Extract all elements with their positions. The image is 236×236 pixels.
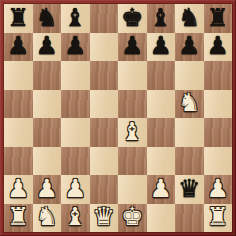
piece-white-knight[interactable]: ♞ (36, 204, 58, 229)
piece-white-pawn[interactable]: ♟ (150, 176, 172, 201)
square-h8[interactable]: ♜ (204, 4, 233, 33)
piece-white-pawn[interactable]: ♟ (36, 176, 58, 201)
square-b3[interactable] (33, 147, 62, 176)
square-f4[interactable] (147, 118, 176, 147)
square-g8[interactable]: ♞ (175, 4, 204, 33)
piece-white-rook[interactable]: ♜ (7, 204, 29, 229)
square-c4[interactable] (61, 118, 90, 147)
square-d4[interactable] (90, 118, 119, 147)
piece-black-pawn[interactable]: ♟ (178, 33, 200, 58)
chess-board: ♜♞♝♚♝♞♜♟♟♟♟♟♟♟♞♝♟♟♟♟♛♟♜♞♝♛♚♜ (4, 4, 232, 232)
square-d7[interactable] (90, 33, 119, 62)
square-g5[interactable]: ♞ (175, 90, 204, 119)
piece-white-pawn[interactable]: ♟ (64, 176, 86, 201)
square-f5[interactable] (147, 90, 176, 119)
square-a5[interactable] (4, 90, 33, 119)
piece-black-pawn[interactable]: ♟ (64, 33, 86, 58)
square-f7[interactable]: ♟ (147, 33, 176, 62)
piece-white-rook[interactable]: ♜ (207, 204, 229, 229)
square-e6[interactable] (118, 61, 147, 90)
square-a7[interactable]: ♟ (4, 33, 33, 62)
piece-black-king[interactable]: ♚ (121, 5, 143, 30)
square-e1[interactable]: ♚ (118, 204, 147, 233)
square-h7[interactable]: ♟ (204, 33, 233, 62)
piece-black-pawn[interactable]: ♟ (150, 33, 172, 58)
square-g6[interactable] (175, 61, 204, 90)
piece-black-bishop[interactable]: ♝ (150, 5, 172, 30)
square-e5[interactable] (118, 90, 147, 119)
square-d1[interactable]: ♛ (90, 204, 119, 233)
square-f6[interactable] (147, 61, 176, 90)
square-b2[interactable]: ♟ (33, 175, 62, 204)
square-c6[interactable] (61, 61, 90, 90)
square-b6[interactable] (33, 61, 62, 90)
square-f2[interactable]: ♟ (147, 175, 176, 204)
piece-black-rook[interactable]: ♜ (207, 5, 229, 30)
piece-white-queen[interactable]: ♛ (93, 204, 115, 229)
square-d5[interactable] (90, 90, 119, 119)
square-c1[interactable]: ♝ (61, 204, 90, 233)
square-b7[interactable]: ♟ (33, 33, 62, 62)
piece-white-pawn[interactable]: ♟ (7, 176, 29, 201)
piece-black-pawn[interactable]: ♟ (207, 33, 229, 58)
square-h6[interactable] (204, 61, 233, 90)
square-f1[interactable] (147, 204, 176, 233)
square-a3[interactable] (4, 147, 33, 176)
square-e3[interactable] (118, 147, 147, 176)
square-c2[interactable]: ♟ (61, 175, 90, 204)
piece-white-bishop[interactable]: ♝ (64, 204, 86, 229)
square-h3[interactable] (204, 147, 233, 176)
piece-black-pawn[interactable]: ♟ (7, 33, 29, 58)
square-f8[interactable]: ♝ (147, 4, 176, 33)
square-e4[interactable]: ♝ (118, 118, 147, 147)
square-h2[interactable]: ♟ (204, 175, 233, 204)
piece-white-pawn[interactable]: ♟ (207, 176, 229, 201)
square-b5[interactable] (33, 90, 62, 119)
square-a2[interactable]: ♟ (4, 175, 33, 204)
square-a4[interactable] (4, 118, 33, 147)
square-e8[interactable]: ♚ (118, 4, 147, 33)
piece-white-knight[interactable]: ♞ (178, 90, 200, 115)
square-d8[interactable] (90, 4, 119, 33)
square-a6[interactable] (4, 61, 33, 90)
square-b4[interactable] (33, 118, 62, 147)
square-c5[interactable] (61, 90, 90, 119)
square-b8[interactable]: ♞ (33, 4, 62, 33)
square-h4[interactable] (204, 118, 233, 147)
square-d6[interactable] (90, 61, 119, 90)
piece-black-bishop[interactable]: ♝ (64, 5, 86, 30)
square-g3[interactable] (175, 147, 204, 176)
square-a1[interactable]: ♜ (4, 204, 33, 233)
square-g4[interactable] (175, 118, 204, 147)
square-d2[interactable] (90, 175, 119, 204)
piece-black-pawn[interactable]: ♟ (36, 33, 58, 58)
square-g2[interactable]: ♛ (175, 175, 204, 204)
square-g1[interactable] (175, 204, 204, 233)
piece-black-knight[interactable]: ♞ (36, 5, 58, 30)
piece-black-rook[interactable]: ♜ (7, 5, 29, 30)
square-h5[interactable] (204, 90, 233, 119)
square-c3[interactable] (61, 147, 90, 176)
board-frame: ♜♞♝♚♝♞♜♟♟♟♟♟♟♟♞♝♟♟♟♟♛♟♜♞♝♛♚♜ (0, 0, 236, 236)
piece-white-bishop[interactable]: ♝ (121, 119, 143, 144)
square-c8[interactable]: ♝ (61, 4, 90, 33)
square-b1[interactable]: ♞ (33, 204, 62, 233)
square-e7[interactable]: ♟ (118, 33, 147, 62)
square-d3[interactable] (90, 147, 119, 176)
piece-white-king[interactable]: ♚ (121, 204, 143, 229)
square-e2[interactable] (118, 175, 147, 204)
piece-black-knight[interactable]: ♞ (178, 5, 200, 30)
piece-black-pawn[interactable]: ♟ (121, 33, 143, 58)
square-a8[interactable]: ♜ (4, 4, 33, 33)
square-g7[interactable]: ♟ (175, 33, 204, 62)
square-h1[interactable]: ♜ (204, 204, 233, 233)
square-c7[interactable]: ♟ (61, 33, 90, 62)
square-f3[interactable] (147, 147, 176, 176)
piece-black-queen[interactable]: ♛ (178, 176, 200, 201)
